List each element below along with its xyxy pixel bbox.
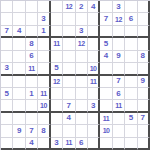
cell-r7c2-empty[interactable] xyxy=(13,76,25,88)
cell-r12c9-empty[interactable] xyxy=(100,138,112,150)
cell-r8c10-given[interactable]: 6 xyxy=(113,88,125,100)
cell-r5c8-empty[interactable] xyxy=(88,51,100,63)
cell-r8c8-empty[interactable] xyxy=(88,88,100,100)
cell-r1c4-empty[interactable] xyxy=(38,1,50,13)
cell-r9c4-given[interactable]: 10 xyxy=(38,100,50,112)
cell-r10c7-empty[interactable] xyxy=(76,113,88,125)
cell-r4c7-given[interactable]: 12 xyxy=(76,38,88,50)
cell-r11c12-empty[interactable] xyxy=(138,125,150,137)
cell-r3c2-given[interactable]: 4 xyxy=(13,26,25,38)
cell-r1c3-empty[interactable] xyxy=(26,1,38,13)
cell-r12c6-given[interactable]: 11 xyxy=(63,138,75,150)
cell-r2c1-empty[interactable] xyxy=(1,13,13,25)
cell-r3c6-empty[interactable] xyxy=(63,26,75,38)
cell-r5c4-empty[interactable] xyxy=(38,51,50,63)
cell-r11c6-empty[interactable] xyxy=(63,125,75,137)
cell-r2c10-given[interactable]: 12 xyxy=(113,13,125,25)
cell-r2c7-empty[interactable] xyxy=(76,13,88,25)
cell-r1c8-given[interactable]: 4 xyxy=(88,1,100,13)
cell-r9c11-empty[interactable] xyxy=(125,100,137,112)
cell-r9c1-empty[interactable] xyxy=(1,100,13,112)
cell-r8c4-given[interactable]: 11 xyxy=(38,88,50,100)
cell-r5c12-given[interactable]: 8 xyxy=(138,51,150,63)
cell-r11c11-empty[interactable] xyxy=(125,125,137,137)
cell-r9c3-empty[interactable] xyxy=(26,100,38,112)
cell-r9c12-empty[interactable] xyxy=(138,100,150,112)
cell-r6c2-empty[interactable] xyxy=(13,63,25,75)
cell-r6c7-empty[interactable] xyxy=(76,63,88,75)
cell-r11c5-empty[interactable] xyxy=(51,125,63,137)
cell-r6c3-given[interactable]: 11 xyxy=(26,63,38,75)
cell-r11c7-empty[interactable] xyxy=(76,125,88,137)
cell-r3c10-empty[interactable] xyxy=(113,26,125,38)
cell-r2c9-given[interactable]: 7 xyxy=(100,13,112,25)
cell-r12c3-given[interactable]: 4 xyxy=(26,138,38,150)
cell-r8c6-empty[interactable] xyxy=(63,88,75,100)
cell-r6c1-given[interactable]: 3 xyxy=(1,63,13,75)
cell-r8c3-given[interactable]: 1 xyxy=(26,88,38,100)
cell-r12c12-empty[interactable] xyxy=(138,138,150,150)
cell-r1c9-empty[interactable] xyxy=(100,1,112,13)
cell-r5c11-empty[interactable] xyxy=(125,51,137,63)
cell-r4c1-empty[interactable] xyxy=(1,38,13,50)
cell-r10c1-empty[interactable] xyxy=(1,113,13,125)
cell-r8c11-empty[interactable] xyxy=(125,88,137,100)
cell-r10c12-given[interactable]: 7 xyxy=(138,113,150,125)
cell-r9c9-empty[interactable] xyxy=(100,100,112,112)
cell-r5c3-given[interactable]: 6 xyxy=(26,51,38,63)
cell-r12c8-empty[interactable] xyxy=(88,138,100,150)
cell-r2c12-empty[interactable] xyxy=(138,13,150,25)
cell-r10c3-empty[interactable] xyxy=(26,113,38,125)
cell-r9c7-empty[interactable] xyxy=(76,100,88,112)
cell-r5c9-given[interactable]: 4 xyxy=(100,51,112,63)
cell-r3c7-given[interactable]: 3 xyxy=(76,26,88,38)
cell-r5c6-empty[interactable] xyxy=(63,51,75,63)
cell-r10c6-given[interactable]: 4 xyxy=(63,113,75,125)
cell-r6c4-empty[interactable] xyxy=(38,63,50,75)
cell-r4c4-empty[interactable] xyxy=(38,38,50,50)
cell-r8c12-empty[interactable] xyxy=(138,88,150,100)
cell-r12c1-empty[interactable] xyxy=(1,138,13,150)
cell-r7c3-empty[interactable] xyxy=(26,76,38,88)
cell-r7c12-given[interactable]: 9 xyxy=(138,76,150,88)
cell-r6c9-empty[interactable] xyxy=(100,63,112,75)
cell-r6c5-given[interactable]: 5 xyxy=(51,63,63,75)
cell-r10c2-empty[interactable] xyxy=(13,113,25,125)
cell-r3c12-empty[interactable] xyxy=(138,26,150,38)
cell-r5c5-empty[interactable] xyxy=(51,51,63,63)
cell-r2c5-empty[interactable] xyxy=(51,13,63,25)
cell-r1c11-empty[interactable] xyxy=(125,1,137,13)
cell-r2c11-given[interactable]: 6 xyxy=(125,13,137,25)
cell-r5c2-empty[interactable] xyxy=(13,51,25,63)
cell-r10c10-empty[interactable] xyxy=(113,113,125,125)
cell-r4c10-empty[interactable] xyxy=(113,38,125,50)
cell-r11c8-empty[interactable] xyxy=(88,125,100,137)
cell-r3c5-empty[interactable] xyxy=(51,26,63,38)
cell-r10c8-empty[interactable] xyxy=(88,113,100,125)
cell-r9c8-given[interactable]: 3 xyxy=(88,100,100,112)
cell-r4c5-given[interactable]: 11 xyxy=(51,38,63,50)
cell-r12c11-empty[interactable] xyxy=(125,138,137,150)
cell-r4c3-given[interactable]: 8 xyxy=(26,38,38,50)
cell-r4c11-empty[interactable] xyxy=(125,38,137,50)
cell-r6c12-empty[interactable] xyxy=(138,63,150,75)
cell-r12c5-given[interactable]: 3 xyxy=(51,138,63,150)
cell-r12c10-empty[interactable] xyxy=(113,138,125,150)
cell-r3c8-empty[interactable] xyxy=(88,26,100,38)
cell-r6c8-given[interactable]: 10 xyxy=(88,63,100,75)
cell-r4c12-empty[interactable] xyxy=(138,38,150,50)
cell-r1c5-empty[interactable] xyxy=(51,1,63,13)
cell-r11c3-given[interactable]: 7 xyxy=(26,125,38,137)
sudoku-board: 1224337126741381112564983115101211795111… xyxy=(0,0,150,150)
cell-r9c6-given[interactable]: 7 xyxy=(63,100,75,112)
cell-r6c11-empty[interactable] xyxy=(125,63,137,75)
cell-r11c1-empty[interactable] xyxy=(1,125,13,137)
cell-r7c4-empty[interactable] xyxy=(38,76,50,88)
cell-r8c9-empty[interactable] xyxy=(100,88,112,100)
cell-r7c6-empty[interactable] xyxy=(63,76,75,88)
cell-r2c6-empty[interactable] xyxy=(63,13,75,25)
cell-r10c5-empty[interactable] xyxy=(51,113,63,125)
cell-r5c1-empty[interactable] xyxy=(1,51,13,63)
cell-r1c1-empty[interactable] xyxy=(1,1,13,13)
cell-r7c9-empty[interactable] xyxy=(100,76,112,88)
cell-r1c6-given[interactable]: 12 xyxy=(63,1,75,13)
cell-r6c6-empty[interactable] xyxy=(63,63,75,75)
cell-r10c9-given[interactable]: 11 xyxy=(100,113,112,125)
cell-r8c5-empty[interactable] xyxy=(51,88,63,100)
cell-r2c2-empty[interactable] xyxy=(13,13,25,25)
cell-r4c2-empty[interactable] xyxy=(13,38,25,50)
cell-r7c8-given[interactable]: 11 xyxy=(88,76,100,88)
cell-r2c3-empty[interactable] xyxy=(26,13,38,25)
cell-r5c10-given[interactable]: 9 xyxy=(113,51,125,63)
cell-r11c10-empty[interactable] xyxy=(113,125,125,137)
cell-r3c3-empty[interactable] xyxy=(26,26,38,38)
cell-r8c2-empty[interactable] xyxy=(13,88,25,100)
cell-r9c10-given[interactable]: 11 xyxy=(113,100,125,112)
cell-r12c2-empty[interactable] xyxy=(13,138,25,150)
cell-r11c2-given[interactable]: 9 xyxy=(13,125,25,137)
cell-r7c10-given[interactable]: 7 xyxy=(113,76,125,88)
cell-r8c7-empty[interactable] xyxy=(76,88,88,100)
cell-r1c2-empty[interactable] xyxy=(13,1,25,13)
cell-r1c7-given[interactable]: 2 xyxy=(76,1,88,13)
cell-r3c4-given[interactable]: 1 xyxy=(38,26,50,38)
cell-r8c1-given[interactable]: 5 xyxy=(1,88,13,100)
cell-r3c11-empty[interactable] xyxy=(125,26,137,38)
cell-r10c11-given[interactable]: 5 xyxy=(125,113,137,125)
cell-r4c6-empty[interactable] xyxy=(63,38,75,50)
cell-r7c1-empty[interactable] xyxy=(1,76,13,88)
cell-r7c7-empty[interactable] xyxy=(76,76,88,88)
cell-r4c8-empty[interactable] xyxy=(88,38,100,50)
cell-r12c4-empty[interactable] xyxy=(38,138,50,150)
cell-r2c8-empty[interactable] xyxy=(88,13,100,25)
cell-r11c4-given[interactable]: 8 xyxy=(38,125,50,137)
cell-r7c5-given[interactable]: 12 xyxy=(51,76,63,88)
cell-r1c10-given[interactable]: 3 xyxy=(113,1,125,13)
cell-r3c9-empty[interactable] xyxy=(100,26,112,38)
cell-r12c7-given[interactable]: 6 xyxy=(76,138,88,150)
cell-r4c9-given[interactable]: 5 xyxy=(100,38,112,50)
cell-r10c4-empty[interactable] xyxy=(38,113,50,125)
cell-r1c12-empty[interactable] xyxy=(138,1,150,13)
cell-r9c5-empty[interactable] xyxy=(51,100,63,112)
cell-r2c4-given[interactable]: 3 xyxy=(38,13,50,25)
cell-r5c7-empty[interactable] xyxy=(76,51,88,63)
cell-r7c11-empty[interactable] xyxy=(125,76,137,88)
cell-r3c1-given[interactable]: 7 xyxy=(1,26,13,38)
cell-r6c10-empty[interactable] xyxy=(113,63,125,75)
cell-r9c2-empty[interactable] xyxy=(13,100,25,112)
cell-r11c9-given[interactable]: 10 xyxy=(100,125,112,137)
